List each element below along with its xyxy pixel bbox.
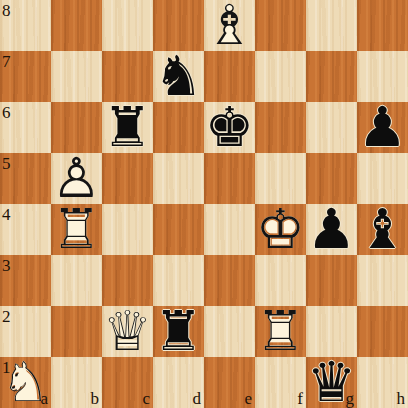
square-f2[interactable]: ♜♖: [255, 306, 306, 357]
square-c5[interactable]: [102, 153, 153, 204]
file-label-b: b: [91, 390, 100, 407]
piece-white-knight-a1[interactable]: ♞♘: [0, 357, 51, 408]
square-g4[interactable]: ♟: [306, 204, 357, 255]
square-g7[interactable]: [306, 51, 357, 102]
rank-label-7: 7: [2, 53, 11, 70]
square-e4[interactable]: [204, 204, 255, 255]
square-g6[interactable]: [306, 102, 357, 153]
square-h3[interactable]: [357, 255, 408, 306]
square-a7[interactable]: 7: [0, 51, 51, 102]
square-d4[interactable]: [153, 204, 204, 255]
file-label-h: h: [397, 390, 406, 407]
square-b7[interactable]: [51, 51, 102, 102]
rank-label-6: 6: [2, 104, 11, 121]
rank-label-2: 2: [2, 308, 11, 325]
square-h4[interactable]: ♝: [357, 204, 408, 255]
square-d7[interactable]: ♞: [153, 51, 204, 102]
square-b1[interactable]: b: [51, 357, 102, 408]
square-b4[interactable]: ♜♖: [51, 204, 102, 255]
square-h8[interactable]: [357, 0, 408, 51]
square-f4[interactable]: ♚♔: [255, 204, 306, 255]
black-king-glyph: ♚: [204, 102, 255, 153]
rank-label-8: 8: [2, 2, 11, 19]
square-h1[interactable]: h: [357, 357, 408, 408]
black-pawn-glyph: ♟: [306, 204, 357, 255]
piece-black-pawn-g4[interactable]: ♟: [306, 204, 357, 255]
square-a5[interactable]: 5: [0, 153, 51, 204]
square-b3[interactable]: [51, 255, 102, 306]
piece-black-queen-g1[interactable]: ♛: [306, 357, 357, 408]
square-a1[interactable]: 1a♞♘: [0, 357, 51, 408]
square-c1[interactable]: c: [102, 357, 153, 408]
rank-label-5: 5: [2, 155, 11, 172]
square-h6[interactable]: ♟: [357, 102, 408, 153]
square-c4[interactable]: [102, 204, 153, 255]
black-pawn-glyph: ♟: [357, 102, 408, 153]
square-b2[interactable]: [51, 306, 102, 357]
square-d5[interactable]: [153, 153, 204, 204]
square-e8[interactable]: ♝♗: [204, 0, 255, 51]
rank-label-3: 3: [2, 257, 11, 274]
piece-white-rook-b4[interactable]: ♜♖: [51, 204, 102, 255]
square-a8[interactable]: 8: [0, 0, 51, 51]
white-rook-outline-glyph: ♖: [51, 204, 102, 255]
black-knight-glyph: ♞: [153, 51, 204, 102]
piece-black-rook-d2[interactable]: ♜: [153, 306, 204, 357]
square-c6[interactable]: ♜: [102, 102, 153, 153]
square-d6[interactable]: [153, 102, 204, 153]
piece-white-rook-f2[interactable]: ♜♖: [255, 306, 306, 357]
piece-white-queen-c2[interactable]: ♛♕: [102, 306, 153, 357]
square-c8[interactable]: [102, 0, 153, 51]
square-b8[interactable]: [51, 0, 102, 51]
white-rook-outline-glyph: ♖: [255, 306, 306, 357]
file-label-e: e: [244, 390, 252, 407]
square-h2[interactable]: [357, 306, 408, 357]
black-rook-glyph: ♜: [102, 102, 153, 153]
file-label-d: d: [193, 390, 202, 407]
piece-black-knight-d7[interactable]: ♞: [153, 51, 204, 102]
square-c2[interactable]: ♛♕: [102, 306, 153, 357]
piece-black-king-e6[interactable]: ♚: [204, 102, 255, 153]
square-d2[interactable]: ♜: [153, 306, 204, 357]
black-rook-glyph: ♜: [153, 306, 204, 357]
white-queen-outline-glyph: ♕: [102, 306, 153, 357]
square-g1[interactable]: g♛: [306, 357, 357, 408]
black-bishop-glyph: ♝: [357, 204, 408, 255]
chess-board: 8♝♗7♞6♜♚♟5♟♙4♜♖♚♔♟♝32♛♕♜♜♖1a♞♘bcdefg♛h: [0, 0, 408, 408]
square-e3[interactable]: [204, 255, 255, 306]
file-label-f: f: [297, 390, 303, 407]
rank-label-4: 4: [2, 206, 11, 223]
square-a4[interactable]: 4: [0, 204, 51, 255]
square-e2[interactable]: [204, 306, 255, 357]
piece-white-bishop-e8[interactable]: ♝♗: [204, 0, 255, 51]
square-a3[interactable]: 3: [0, 255, 51, 306]
square-g3[interactable]: [306, 255, 357, 306]
piece-white-king-f4[interactable]: ♚♔: [255, 204, 306, 255]
square-g8[interactable]: [306, 0, 357, 51]
square-f6[interactable]: [255, 102, 306, 153]
square-e1[interactable]: e: [204, 357, 255, 408]
white-bishop-outline-glyph: ♗: [204, 0, 255, 51]
square-d1[interactable]: d: [153, 357, 204, 408]
piece-black-rook-c6[interactable]: ♜: [102, 102, 153, 153]
square-f8[interactable]: [255, 0, 306, 51]
square-e6[interactable]: ♚: [204, 102, 255, 153]
white-knight-outline-glyph: ♘: [0, 357, 51, 408]
square-e5[interactable]: [204, 153, 255, 204]
file-label-c: c: [142, 390, 150, 407]
white-king-outline-glyph: ♔: [255, 204, 306, 255]
piece-black-bishop-h4[interactable]: ♝: [357, 204, 408, 255]
piece-black-pawn-h6[interactable]: ♟: [357, 102, 408, 153]
square-f1[interactable]: f: [255, 357, 306, 408]
square-a6[interactable]: 6: [0, 102, 51, 153]
square-f7[interactable]: [255, 51, 306, 102]
black-queen-glyph: ♛: [306, 357, 357, 408]
